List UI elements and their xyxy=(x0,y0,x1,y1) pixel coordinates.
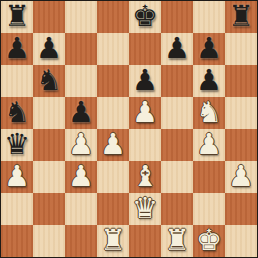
square-g6[interactable]: ♟ xyxy=(193,65,225,97)
piece-white-pawn[interactable]: ♟ xyxy=(228,162,254,191)
square-f2[interactable] xyxy=(161,193,193,225)
square-a7[interactable]: ♟ xyxy=(1,33,33,65)
square-a4[interactable]: ♛ xyxy=(1,129,33,161)
square-h1[interactable] xyxy=(225,225,257,257)
square-h4[interactable] xyxy=(225,129,257,161)
square-d3[interactable] xyxy=(97,161,129,193)
piece-black-king[interactable]: ♚ xyxy=(132,2,158,31)
square-b8[interactable] xyxy=(33,1,65,33)
piece-black-pawn[interactable]: ♟ xyxy=(36,34,62,63)
square-d2[interactable] xyxy=(97,193,129,225)
piece-black-rook[interactable]: ♜ xyxy=(4,2,30,31)
square-f4[interactable] xyxy=(161,129,193,161)
square-g1[interactable]: ♚ xyxy=(193,225,225,257)
square-c7[interactable] xyxy=(65,33,97,65)
square-g3[interactable] xyxy=(193,161,225,193)
square-e7[interactable] xyxy=(129,33,161,65)
square-f5[interactable] xyxy=(161,97,193,129)
square-h2[interactable] xyxy=(225,193,257,225)
piece-black-pawn[interactable]: ♟ xyxy=(68,98,94,127)
piece-black-pawn[interactable]: ♟ xyxy=(4,34,30,63)
square-a5[interactable]: ♞ xyxy=(1,97,33,129)
square-d4[interactable]: ♟ xyxy=(97,129,129,161)
square-b7[interactable]: ♟ xyxy=(33,33,65,65)
square-c2[interactable] xyxy=(65,193,97,225)
piece-white-pawn[interactable]: ♟ xyxy=(68,162,94,191)
square-f7[interactable]: ♟ xyxy=(161,33,193,65)
piece-black-knight[interactable]: ♞ xyxy=(36,66,62,95)
square-h5[interactable] xyxy=(225,97,257,129)
square-b1[interactable] xyxy=(33,225,65,257)
square-h8[interactable]: ♜ xyxy=(225,1,257,33)
square-b2[interactable] xyxy=(33,193,65,225)
piece-black-pawn[interactable]: ♟ xyxy=(196,66,222,95)
piece-white-king[interactable]: ♚ xyxy=(196,226,222,255)
square-h7[interactable] xyxy=(225,33,257,65)
square-c6[interactable] xyxy=(65,65,97,97)
square-a3[interactable]: ♟ xyxy=(1,161,33,193)
square-f1[interactable]: ♜ xyxy=(161,225,193,257)
piece-white-bishop[interactable]: ♝ xyxy=(132,162,158,191)
square-c4[interactable]: ♟ xyxy=(65,129,97,161)
square-b4[interactable] xyxy=(33,129,65,161)
piece-white-rook[interactable]: ♜ xyxy=(164,226,190,255)
piece-white-queen[interactable]: ♛ xyxy=(132,194,158,223)
square-e8[interactable]: ♚ xyxy=(129,1,161,33)
square-h3[interactable]: ♟ xyxy=(225,161,257,193)
piece-black-queen[interactable]: ♛ xyxy=(4,130,30,159)
piece-white-rook[interactable]: ♜ xyxy=(100,226,126,255)
piece-black-pawn[interactable]: ♟ xyxy=(164,34,190,63)
square-d6[interactable] xyxy=(97,65,129,97)
square-b5[interactable] xyxy=(33,97,65,129)
square-g7[interactable]: ♟ xyxy=(193,33,225,65)
piece-white-pawn[interactable]: ♟ xyxy=(132,98,158,127)
piece-white-pawn[interactable]: ♟ xyxy=(100,130,126,159)
square-d5[interactable] xyxy=(97,97,129,129)
square-e2[interactable]: ♛ xyxy=(129,193,161,225)
piece-white-pawn[interactable]: ♟ xyxy=(196,130,222,159)
square-g8[interactable] xyxy=(193,1,225,33)
square-f8[interactable] xyxy=(161,1,193,33)
square-g5[interactable]: ♞ xyxy=(193,97,225,129)
square-d8[interactable] xyxy=(97,1,129,33)
square-h6[interactable] xyxy=(225,65,257,97)
piece-black-knight[interactable]: ♞ xyxy=(4,98,30,127)
chess-board: ♜♚♜♟♟♟♟♞♟♟♞♟♟♞♛♟♟♟♟♟♝♟♛♜♜♚ xyxy=(0,0,258,258)
square-b3[interactable] xyxy=(33,161,65,193)
square-c1[interactable] xyxy=(65,225,97,257)
square-e3[interactable]: ♝ xyxy=(129,161,161,193)
square-e1[interactable] xyxy=(129,225,161,257)
square-a8[interactable]: ♜ xyxy=(1,1,33,33)
square-f6[interactable] xyxy=(161,65,193,97)
square-e5[interactable]: ♟ xyxy=(129,97,161,129)
piece-black-rook[interactable]: ♜ xyxy=(228,2,254,31)
piece-white-knight[interactable]: ♞ xyxy=(196,98,222,127)
piece-white-pawn[interactable]: ♟ xyxy=(4,162,30,191)
square-c3[interactable]: ♟ xyxy=(65,161,97,193)
square-e6[interactable]: ♟ xyxy=(129,65,161,97)
square-f3[interactable] xyxy=(161,161,193,193)
square-e4[interactable] xyxy=(129,129,161,161)
piece-black-pawn[interactable]: ♟ xyxy=(132,66,158,95)
square-a6[interactable] xyxy=(1,65,33,97)
square-d1[interactable]: ♜ xyxy=(97,225,129,257)
square-c5[interactable]: ♟ xyxy=(65,97,97,129)
square-a2[interactable] xyxy=(1,193,33,225)
square-c8[interactable] xyxy=(65,1,97,33)
square-b6[interactable]: ♞ xyxy=(33,65,65,97)
piece-black-pawn[interactable]: ♟ xyxy=(196,34,222,63)
square-a1[interactable] xyxy=(1,225,33,257)
square-d7[interactable] xyxy=(97,33,129,65)
square-g2[interactable] xyxy=(193,193,225,225)
square-g4[interactable]: ♟ xyxy=(193,129,225,161)
piece-white-pawn[interactable]: ♟ xyxy=(68,130,94,159)
